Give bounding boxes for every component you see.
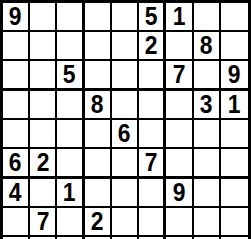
cell-r2c4[interactable] bbox=[85, 32, 112, 61]
cell-r7c1[interactable]: 4 bbox=[3, 179, 30, 208]
cell-r7c6[interactable] bbox=[139, 179, 166, 208]
cell-r3c9[interactable]: 9 bbox=[221, 61, 248, 91]
cell-r8c4[interactable]: 2 bbox=[85, 208, 112, 237]
cell-r8c9[interactable] bbox=[221, 208, 248, 237]
cell-r6c8[interactable] bbox=[194, 149, 221, 179]
cell-r4c2[interactable] bbox=[30, 91, 57, 120]
cell-r3c1[interactable] bbox=[3, 61, 30, 91]
cell-r2c2[interactable] bbox=[30, 32, 57, 61]
cell-r7c3[interactable]: 1 bbox=[57, 179, 84, 208]
cell-r5c1[interactable] bbox=[3, 120, 30, 149]
cell-r5c7[interactable] bbox=[166, 120, 193, 149]
cell-r4c6[interactable] bbox=[139, 91, 166, 120]
given-digit: 5 bbox=[145, 3, 158, 30]
given-digit: 3 bbox=[200, 91, 213, 118]
cell-r7c4[interactable] bbox=[85, 179, 112, 208]
cell-r1c9[interactable] bbox=[221, 3, 248, 32]
cell-r5c3[interactable] bbox=[57, 120, 84, 149]
cell-r4c8[interactable]: 3 bbox=[194, 91, 221, 120]
given-digit: 2 bbox=[91, 208, 104, 235]
cell-r6c9[interactable] bbox=[221, 149, 248, 179]
cell-r4c4[interactable]: 8 bbox=[85, 91, 112, 120]
cell-r3c6[interactable] bbox=[139, 61, 166, 91]
given-digit: 7 bbox=[145, 149, 158, 176]
given-digit: 1 bbox=[63, 179, 76, 206]
cell-r3c8[interactable] bbox=[194, 61, 221, 91]
given-digit: 8 bbox=[228, 237, 241, 239]
cell-r2c1[interactable] bbox=[3, 32, 30, 61]
cell-r8c5[interactable] bbox=[112, 208, 139, 237]
cell-r5c4[interactable] bbox=[85, 120, 112, 149]
cell-r1c2[interactable] bbox=[30, 3, 57, 32]
given-digit: 4 bbox=[9, 179, 22, 206]
cell-r1c1[interactable]: 9 bbox=[3, 3, 30, 32]
cell-r4c3[interactable] bbox=[57, 91, 84, 120]
cell-r6c3[interactable] bbox=[57, 149, 84, 179]
cell-r9c2[interactable] bbox=[30, 237, 57, 239]
cell-r9c6[interactable] bbox=[139, 237, 166, 239]
cell-r9c9[interactable]: 8 bbox=[221, 237, 248, 239]
cell-r2c9[interactable] bbox=[221, 32, 248, 61]
cell-r7c8[interactable] bbox=[194, 179, 221, 208]
cell-r3c4[interactable] bbox=[85, 61, 112, 91]
cell-r5c8[interactable] bbox=[194, 120, 221, 149]
cell-r6c2[interactable]: 2 bbox=[30, 149, 57, 179]
cell-r2c5[interactable] bbox=[112, 32, 139, 61]
given-digit: 7 bbox=[173, 61, 186, 88]
cell-r4c5[interactable] bbox=[112, 91, 139, 120]
cell-r7c2[interactable] bbox=[30, 179, 57, 208]
cell-r1c5[interactable] bbox=[112, 3, 139, 32]
cell-r9c5[interactable] bbox=[112, 237, 139, 239]
given-digit: 7 bbox=[36, 208, 49, 235]
cell-r8c3[interactable] bbox=[57, 208, 84, 237]
sudoku-board: 95128579831662741972378 bbox=[0, 0, 251, 239]
cell-r7c7[interactable]: 9 bbox=[166, 179, 193, 208]
cell-r6c7[interactable] bbox=[166, 149, 193, 179]
cell-r3c7[interactable]: 7 bbox=[166, 61, 193, 91]
cell-r3c5[interactable] bbox=[112, 61, 139, 91]
cell-r8c6[interactable] bbox=[139, 208, 166, 237]
cell-r1c7[interactable]: 1 bbox=[166, 3, 193, 32]
given-digit: 6 bbox=[9, 149, 22, 176]
cell-r8c8[interactable] bbox=[194, 208, 221, 237]
cell-r9c1[interactable] bbox=[3, 237, 30, 239]
cell-r7c5[interactable] bbox=[112, 179, 139, 208]
given-digit: 6 bbox=[118, 120, 131, 147]
given-digit: 3 bbox=[63, 237, 76, 239]
cell-r6c1[interactable]: 6 bbox=[3, 149, 30, 179]
cell-r9c7[interactable] bbox=[166, 237, 193, 239]
given-digit: 1 bbox=[228, 91, 241, 118]
cell-r5c2[interactable] bbox=[30, 120, 57, 149]
cell-r4c1[interactable] bbox=[3, 91, 30, 120]
cell-r5c6[interactable] bbox=[139, 120, 166, 149]
given-digit: 9 bbox=[9, 3, 22, 30]
cell-r6c4[interactable] bbox=[85, 149, 112, 179]
cell-r8c2[interactable]: 7 bbox=[30, 208, 57, 237]
cell-r4c9[interactable]: 1 bbox=[221, 91, 248, 120]
cell-r7c9[interactable] bbox=[221, 179, 248, 208]
cell-r1c3[interactable] bbox=[57, 3, 84, 32]
given-digit: 2 bbox=[145, 32, 158, 59]
given-digit: 8 bbox=[91, 91, 104, 118]
given-digit: 8 bbox=[200, 32, 213, 59]
cell-r2c8[interactable]: 8 bbox=[194, 32, 221, 61]
given-digit: 2 bbox=[36, 149, 49, 176]
cell-r6c5[interactable] bbox=[112, 149, 139, 179]
cell-r1c8[interactable] bbox=[194, 3, 221, 32]
cell-r5c9[interactable] bbox=[221, 120, 248, 149]
cell-r2c7[interactable] bbox=[166, 32, 193, 61]
given-digit: 9 bbox=[173, 179, 186, 206]
cell-r4c7[interactable] bbox=[166, 91, 193, 120]
given-digit: 5 bbox=[63, 61, 76, 88]
cell-r3c2[interactable] bbox=[30, 61, 57, 91]
cell-r2c6[interactable]: 2 bbox=[139, 32, 166, 61]
given-digit: 9 bbox=[228, 61, 241, 88]
cell-r8c1[interactable] bbox=[3, 208, 30, 237]
cell-r6c6[interactable]: 7 bbox=[139, 149, 166, 179]
cell-r1c4[interactable] bbox=[85, 3, 112, 32]
cell-r2c3[interactable] bbox=[57, 32, 84, 61]
cell-r9c4[interactable]: 7 bbox=[85, 237, 112, 239]
given-digit: 1 bbox=[173, 3, 186, 30]
cell-r9c8[interactable] bbox=[194, 237, 221, 239]
cell-r8c7[interactable] bbox=[166, 208, 193, 237]
cell-r1c6[interactable]: 5 bbox=[139, 3, 166, 32]
given-digit: 7 bbox=[91, 237, 104, 239]
cell-r5c5[interactable]: 6 bbox=[112, 120, 139, 149]
cell-r3c3[interactable]: 5 bbox=[57, 61, 84, 91]
cell-r9c3[interactable]: 3 bbox=[57, 237, 84, 239]
